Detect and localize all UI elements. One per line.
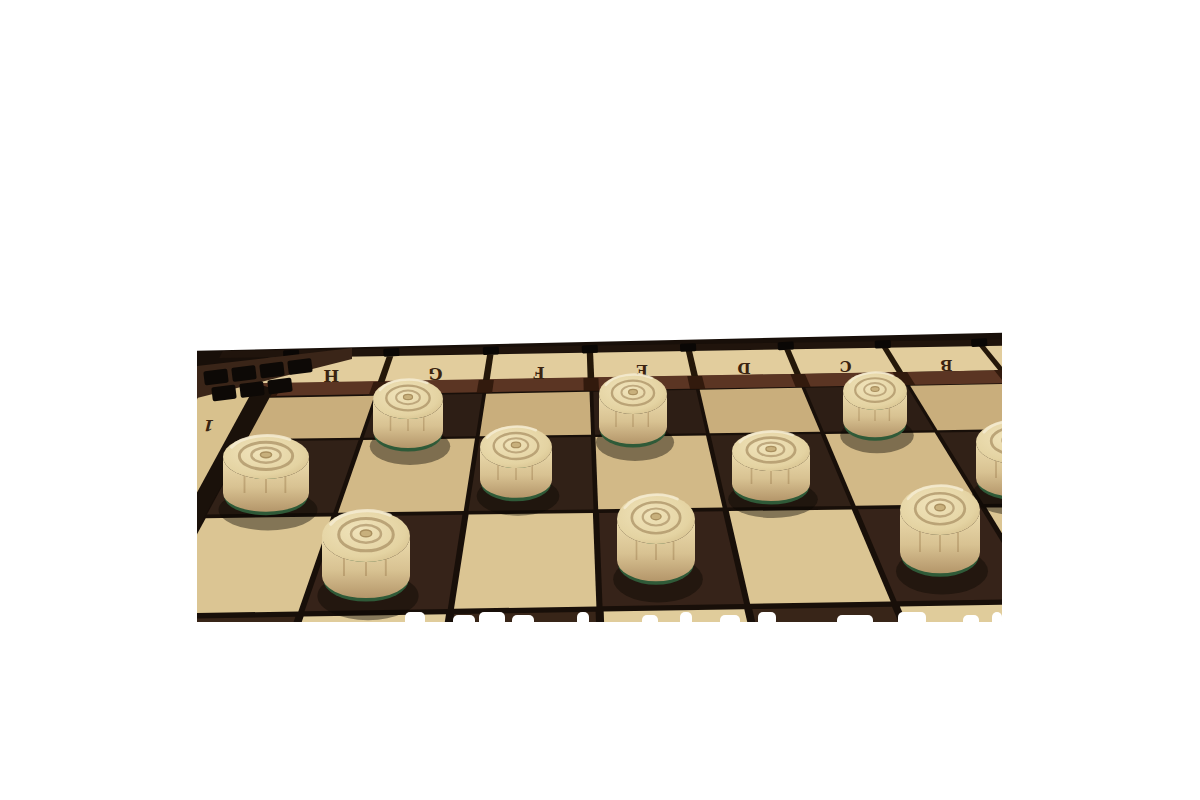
letter-band-seam	[587, 353, 594, 378]
piece-center-nub	[511, 442, 520, 447]
square-b3[interactable]	[986, 506, 1181, 599]
checker-man-h2[interactable]	[219, 435, 318, 530]
piece-center-nub	[871, 387, 879, 392]
file-label-d: D	[738, 359, 751, 377]
square-a3[interactable]	[1114, 504, 1200, 596]
corner-edge-tile	[203, 369, 229, 386]
square-b4[interactable]	[1047, 602, 1200, 723]
square-d1[interactable]	[700, 388, 821, 433]
rim-notch	[971, 338, 987, 347]
file-label-a: A	[1040, 355, 1053, 371]
checker-man-f2[interactable]	[477, 426, 560, 516]
corner-edge-tile	[267, 378, 293, 395]
mahogany-dark-segment	[687, 376, 705, 389]
checker-man-e1[interactable]	[596, 374, 674, 461]
checker-man-e3[interactable]	[613, 494, 703, 603]
piece-center-nub	[1011, 437, 1021, 443]
corner-edge-tile	[239, 381, 265, 398]
mahogany-dark-segment	[583, 378, 599, 391]
crop-artifact	[479, 612, 505, 626]
file-label-c: C	[840, 357, 852, 375]
crop-artifact	[992, 612, 1002, 626]
crop-artifact	[758, 612, 776, 626]
crop-artifact	[837, 615, 873, 629]
piece-ring-inner	[1002, 433, 1029, 448]
square-c4[interactable]	[900, 604, 1112, 726]
piece-center-nub	[360, 530, 371, 537]
square-a4[interactable]	[1192, 599, 1200, 720]
square-d4[interactable]	[752, 607, 942, 730]
square-a1[interactable]	[1014, 382, 1159, 429]
square-e4[interactable]	[604, 609, 772, 732]
file-label-g: G	[429, 364, 443, 383]
square-f3[interactable]	[454, 513, 596, 609]
checkers-board-photo: HGFEDCBA1	[0, 0, 1200, 800]
piece-center-nub	[766, 446, 776, 451]
file-label-f: F	[533, 363, 545, 382]
piece-center-nub	[629, 389, 638, 394]
rank-label-1: 1	[205, 416, 215, 434]
crop-artifact	[720, 615, 740, 629]
rim-notch	[875, 340, 891, 349]
crop-artifact	[453, 615, 475, 629]
corner-edge-tile	[211, 385, 237, 402]
piece-center-nub	[651, 513, 661, 520]
rim-notch	[680, 343, 696, 352]
square-h4[interactable]	[86, 617, 296, 742]
checker-man-c1[interactable]	[840, 372, 914, 453]
checker-man-b2[interactable]	[972, 420, 1064, 515]
square-g4[interactable]	[261, 614, 446, 738]
crop-artifact	[512, 615, 534, 629]
checker-man-g3[interactable]	[317, 510, 418, 620]
rim-notch	[1067, 337, 1083, 346]
corner-edge-tile	[259, 362, 285, 379]
corner-edge-tile	[231, 365, 257, 382]
crop-artifact	[680, 612, 692, 626]
checker-man-g1[interactable]	[370, 379, 451, 465]
mahogany-dark-segment	[477, 380, 494, 393]
crop-artifact	[963, 615, 979, 629]
corner-edge-tile	[287, 358, 313, 375]
square-f4[interactable]	[435, 612, 600, 736]
board-photo-group: HGFEDCBA1	[81, 330, 1200, 742]
checker-man-c3[interactable]	[896, 485, 988, 595]
rim-notch	[778, 341, 794, 350]
checker-man-d2[interactable]	[728, 431, 818, 518]
crop-artifact	[642, 615, 658, 629]
mahogany-dark-segment	[1095, 368, 1115, 381]
square-a2[interactable]	[1053, 429, 1200, 502]
piece-center-nub	[935, 504, 945, 511]
file-label-h: H	[323, 366, 339, 386]
piece-center-nub	[403, 394, 412, 399]
rim-notch	[383, 348, 399, 357]
rim-notch	[483, 346, 499, 355]
rim-notch	[582, 345, 598, 354]
crop-artifact	[577, 612, 589, 626]
photo-stage: HGFEDCBA1	[0, 0, 1200, 800]
crop-artifact	[898, 612, 926, 626]
piece-center-nub	[260, 452, 271, 458]
crop-artifact	[405, 612, 425, 626]
file-label-b: B	[940, 357, 952, 374]
